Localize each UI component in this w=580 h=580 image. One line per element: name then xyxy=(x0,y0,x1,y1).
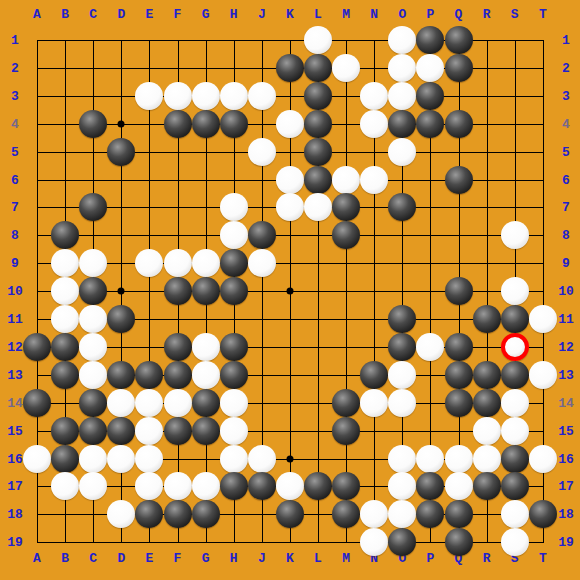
stone-white-S18 xyxy=(501,500,529,528)
stone-black-H10 xyxy=(220,277,248,305)
coord-row-left-14: 14 xyxy=(7,395,23,410)
coord-col-top-C: C xyxy=(89,7,97,22)
stone-white-P12 xyxy=(416,333,444,361)
stone-black-Q1 xyxy=(445,26,473,54)
stone-black-M8 xyxy=(332,221,360,249)
stone-black-Q6 xyxy=(445,166,473,194)
coord-row-right-8: 8 xyxy=(562,228,570,243)
stone-black-J8 xyxy=(248,221,276,249)
grid-line-vertical xyxy=(346,40,347,543)
stone-white-D18 xyxy=(107,500,135,528)
coord-row-right-4: 4 xyxy=(562,116,570,131)
coord-row-left-9: 9 xyxy=(11,256,19,271)
stone-white-H14 xyxy=(220,389,248,417)
stone-black-O7 xyxy=(388,193,416,221)
stone-black-F10 xyxy=(164,277,192,305)
stone-white-O14 xyxy=(388,389,416,417)
coord-col-bottom-H: H xyxy=(230,551,238,566)
coord-col-top-H: H xyxy=(230,7,238,22)
coord-row-left-11: 11 xyxy=(7,312,23,327)
stone-black-H12 xyxy=(220,333,248,361)
coord-col-bottom-A: A xyxy=(33,551,41,566)
coord-col-top-D: D xyxy=(117,7,125,22)
coord-row-right-17: 17 xyxy=(558,479,574,494)
coord-row-right-1: 1 xyxy=(562,33,570,48)
stone-black-G18 xyxy=(192,500,220,528)
stone-black-R11 xyxy=(473,305,501,333)
stone-black-S16 xyxy=(501,445,529,473)
stone-black-S13 xyxy=(501,361,529,389)
stone-white-G9 xyxy=(192,249,220,277)
coord-row-left-4: 4 xyxy=(11,116,19,131)
stone-black-H13 xyxy=(220,361,248,389)
stone-black-P1 xyxy=(416,26,444,54)
stone-black-M7 xyxy=(332,193,360,221)
stone-white-M2 xyxy=(332,54,360,82)
stone-black-C10 xyxy=(79,277,107,305)
coord-col-bottom-E: E xyxy=(145,551,153,566)
stone-white-H7 xyxy=(220,193,248,221)
stone-white-L7 xyxy=(304,193,332,221)
coord-row-left-3: 3 xyxy=(11,88,19,103)
stone-white-T16 xyxy=(529,445,557,473)
stone-white-G3 xyxy=(192,82,220,110)
stone-black-C14 xyxy=(79,389,107,417)
coord-row-right-9: 9 xyxy=(562,256,570,271)
stone-white-E14 xyxy=(135,389,163,417)
stone-black-D13 xyxy=(107,361,135,389)
coord-row-right-2: 2 xyxy=(562,60,570,75)
coord-col-bottom-L: L xyxy=(314,551,322,566)
stone-white-R16 xyxy=(473,445,501,473)
stone-black-N13 xyxy=(360,361,388,389)
stone-black-S17 xyxy=(501,472,529,500)
stone-white-O17 xyxy=(388,472,416,500)
stone-black-D5 xyxy=(107,138,135,166)
stone-white-K6 xyxy=(276,166,304,194)
stone-white-P2 xyxy=(416,54,444,82)
stone-black-D11 xyxy=(107,305,135,333)
stone-white-J9 xyxy=(248,249,276,277)
stone-white-F9 xyxy=(164,249,192,277)
coord-row-right-14: 14 xyxy=(558,395,574,410)
stone-white-S14 xyxy=(501,389,529,417)
stone-black-T18 xyxy=(529,500,557,528)
stone-white-B9 xyxy=(51,249,79,277)
stone-white-O1 xyxy=(388,26,416,54)
coord-col-top-O: O xyxy=(398,7,406,22)
coord-row-left-7: 7 xyxy=(11,200,19,215)
stone-black-Q18 xyxy=(445,500,473,528)
stone-white-K4 xyxy=(276,110,304,138)
coord-row-left-18: 18 xyxy=(7,507,23,522)
coord-col-bottom-D: D xyxy=(117,551,125,566)
stone-black-G15 xyxy=(192,417,220,445)
coord-col-bottom-J: J xyxy=(258,551,266,566)
stone-black-D15 xyxy=(107,417,135,445)
stone-white-F14 xyxy=(164,389,192,417)
star-point-K10 xyxy=(286,288,293,295)
stone-black-Q4 xyxy=(445,110,473,138)
coord-col-top-K: K xyxy=(286,7,294,22)
coord-row-right-16: 16 xyxy=(558,451,574,466)
stone-white-K7 xyxy=(276,193,304,221)
coord-row-left-6: 6 xyxy=(11,172,19,187)
coord-col-top-S: S xyxy=(511,7,519,22)
coord-col-top-E: E xyxy=(145,7,153,22)
stone-black-B15 xyxy=(51,417,79,445)
stone-black-Q12 xyxy=(445,333,473,361)
stone-black-L17 xyxy=(304,472,332,500)
coord-row-right-18: 18 xyxy=(558,507,574,522)
stone-white-C12 xyxy=(79,333,107,361)
stone-white-F17 xyxy=(164,472,192,500)
stone-white-G13 xyxy=(192,361,220,389)
coord-col-bottom-M: M xyxy=(342,551,350,566)
star-point-D4 xyxy=(118,120,125,127)
stone-black-H9 xyxy=(220,249,248,277)
stone-white-C9 xyxy=(79,249,107,277)
coord-col-bottom-F: F xyxy=(174,551,182,566)
coord-row-right-13: 13 xyxy=(558,367,574,382)
stone-white-T11 xyxy=(529,305,557,333)
coord-col-top-N: N xyxy=(370,7,378,22)
coord-row-right-7: 7 xyxy=(562,200,570,215)
coord-col-top-Q: Q xyxy=(455,7,463,22)
stone-black-F15 xyxy=(164,417,192,445)
coord-row-right-12: 12 xyxy=(558,339,574,354)
coord-row-left-19: 19 xyxy=(7,535,23,550)
stone-white-T13 xyxy=(529,361,557,389)
coord-col-bottom-B: B xyxy=(61,551,69,566)
stone-white-C13 xyxy=(79,361,107,389)
stone-black-M14 xyxy=(332,389,360,417)
coord-col-bottom-R: R xyxy=(483,551,491,566)
coord-row-right-11: 11 xyxy=(558,312,574,327)
coord-row-right-10: 10 xyxy=(558,284,574,299)
stone-black-F13 xyxy=(164,361,192,389)
stone-white-B17 xyxy=(51,472,79,500)
stone-white-O2 xyxy=(388,54,416,82)
stone-black-B16 xyxy=(51,445,79,473)
stone-white-H15 xyxy=(220,417,248,445)
stone-white-E3 xyxy=(135,82,163,110)
stone-white-O13 xyxy=(388,361,416,389)
coord-row-right-6: 6 xyxy=(562,172,570,187)
coord-col-top-T: T xyxy=(539,7,547,22)
last-move-stone-white-S12 xyxy=(501,333,529,361)
stone-white-N14 xyxy=(360,389,388,417)
stone-white-N19 xyxy=(360,528,388,556)
stone-black-B13 xyxy=(51,361,79,389)
stone-black-O4 xyxy=(388,110,416,138)
stone-white-O3 xyxy=(388,82,416,110)
coord-row-left-17: 17 xyxy=(7,479,23,494)
stone-white-M6 xyxy=(332,166,360,194)
stone-white-J3 xyxy=(248,82,276,110)
stone-white-F3 xyxy=(164,82,192,110)
coord-row-left-1: 1 xyxy=(11,33,19,48)
stone-black-G14 xyxy=(192,389,220,417)
coord-row-left-2: 2 xyxy=(11,60,19,75)
coord-row-left-8: 8 xyxy=(11,228,19,243)
stone-black-O12 xyxy=(388,333,416,361)
stone-black-F4 xyxy=(164,110,192,138)
stone-black-S11 xyxy=(501,305,529,333)
coord-col-top-F: F xyxy=(174,7,182,22)
stone-black-H17 xyxy=(220,472,248,500)
stone-black-L6 xyxy=(304,166,332,194)
stone-black-A12 xyxy=(23,333,51,361)
stone-black-F12 xyxy=(164,333,192,361)
stone-black-G4 xyxy=(192,110,220,138)
stone-black-Q13 xyxy=(445,361,473,389)
stone-white-L1 xyxy=(304,26,332,54)
stone-black-P4 xyxy=(416,110,444,138)
coord-col-top-B: B xyxy=(61,7,69,22)
stone-white-G12 xyxy=(192,333,220,361)
stone-black-M18 xyxy=(332,500,360,528)
stone-white-N6 xyxy=(360,166,388,194)
stone-white-B10 xyxy=(51,277,79,305)
stone-white-B11 xyxy=(51,305,79,333)
coord-col-bottom-P: P xyxy=(426,551,434,566)
stone-white-C17 xyxy=(79,472,107,500)
stone-white-N3 xyxy=(360,82,388,110)
stone-black-B12 xyxy=(51,333,79,361)
stone-black-L2 xyxy=(304,54,332,82)
stone-white-Q16 xyxy=(445,445,473,473)
stone-white-H16 xyxy=(220,445,248,473)
stone-white-A16 xyxy=(23,445,51,473)
stone-black-K2 xyxy=(276,54,304,82)
go-board[interactable]: AABBCCDDEEFFGGHHJJKKLLMMNNOOPPQQRRSSTT11… xyxy=(0,0,580,580)
stone-black-R13 xyxy=(473,361,501,389)
stone-black-O11 xyxy=(388,305,416,333)
coord-row-left-15: 15 xyxy=(7,423,23,438)
stone-white-N18 xyxy=(360,500,388,528)
stone-black-C15 xyxy=(79,417,107,445)
stone-white-S8 xyxy=(501,221,529,249)
coord-row-right-15: 15 xyxy=(558,423,574,438)
coord-row-right-19: 19 xyxy=(558,535,574,550)
stone-white-J5 xyxy=(248,138,276,166)
stone-black-M17 xyxy=(332,472,360,500)
coord-col-bottom-T: T xyxy=(539,551,547,566)
stone-white-N4 xyxy=(360,110,388,138)
stone-white-J16 xyxy=(248,445,276,473)
coord-row-right-3: 3 xyxy=(562,88,570,103)
coord-row-left-5: 5 xyxy=(11,144,19,159)
coord-col-top-P: P xyxy=(426,7,434,22)
stone-white-P16 xyxy=(416,445,444,473)
coord-col-top-L: L xyxy=(314,7,322,22)
stone-white-S10 xyxy=(501,277,529,305)
stone-black-M15 xyxy=(332,417,360,445)
stone-black-R17 xyxy=(473,472,501,500)
stone-white-E17 xyxy=(135,472,163,500)
stone-black-J17 xyxy=(248,472,276,500)
stone-white-S15 xyxy=(501,417,529,445)
stone-black-G10 xyxy=(192,277,220,305)
stone-white-E9 xyxy=(135,249,163,277)
coord-col-top-M: M xyxy=(342,7,350,22)
stone-white-O5 xyxy=(388,138,416,166)
stone-black-K18 xyxy=(276,500,304,528)
star-point-D10 xyxy=(118,288,125,295)
coord-col-bottom-K: K xyxy=(286,551,294,566)
stone-black-Q10 xyxy=(445,277,473,305)
coord-col-top-G: G xyxy=(202,7,210,22)
coord-row-left-16: 16 xyxy=(7,451,23,466)
stone-black-R14 xyxy=(473,389,501,417)
stone-white-O18 xyxy=(388,500,416,528)
stone-white-R15 xyxy=(473,417,501,445)
star-point-K16 xyxy=(286,455,293,462)
stone-white-C16 xyxy=(79,445,107,473)
stone-black-P3 xyxy=(416,82,444,110)
stone-white-Q17 xyxy=(445,472,473,500)
stone-white-D16 xyxy=(107,445,135,473)
stone-white-O16 xyxy=(388,445,416,473)
stone-black-C7 xyxy=(79,193,107,221)
stone-black-Q19 xyxy=(445,528,473,556)
stone-black-Q14 xyxy=(445,389,473,417)
coord-row-left-13: 13 xyxy=(7,367,23,382)
stone-black-F18 xyxy=(164,500,192,528)
coord-col-top-A: A xyxy=(33,7,41,22)
coord-col-bottom-G: G xyxy=(202,551,210,566)
stone-white-H3 xyxy=(220,82,248,110)
stone-black-E13 xyxy=(135,361,163,389)
stone-black-P17 xyxy=(416,472,444,500)
stone-black-C4 xyxy=(79,110,107,138)
coord-col-bottom-C: C xyxy=(89,551,97,566)
stone-white-E16 xyxy=(135,445,163,473)
coord-row-right-5: 5 xyxy=(562,144,570,159)
stone-white-G17 xyxy=(192,472,220,500)
stone-black-L5 xyxy=(304,138,332,166)
stone-white-K17 xyxy=(276,472,304,500)
stone-black-Q2 xyxy=(445,54,473,82)
stone-white-C11 xyxy=(79,305,107,333)
coord-row-left-10: 10 xyxy=(7,284,23,299)
coord-row-left-12: 12 xyxy=(7,339,23,354)
stone-white-D14 xyxy=(107,389,135,417)
stone-black-E18 xyxy=(135,500,163,528)
stone-black-O19 xyxy=(388,528,416,556)
stone-black-H4 xyxy=(220,110,248,138)
stone-black-L3 xyxy=(304,82,332,110)
stone-black-P18 xyxy=(416,500,444,528)
stone-white-E15 xyxy=(135,417,163,445)
stone-black-A14 xyxy=(23,389,51,417)
stone-white-S19 xyxy=(501,528,529,556)
stone-white-H8 xyxy=(220,221,248,249)
stone-black-L4 xyxy=(304,110,332,138)
coord-col-top-J: J xyxy=(258,7,266,22)
stone-black-B8 xyxy=(51,221,79,249)
coord-col-top-R: R xyxy=(483,7,491,22)
